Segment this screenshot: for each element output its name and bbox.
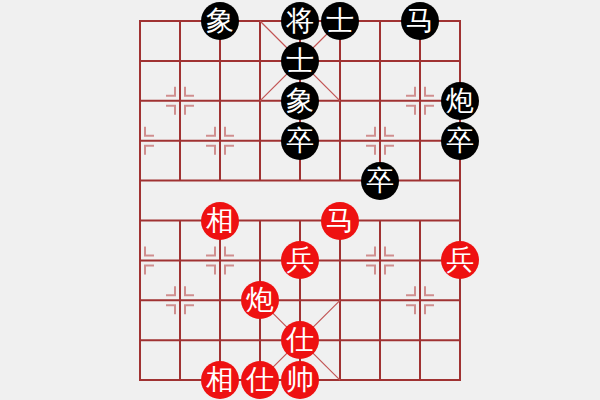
piece-black-soldier[interactable]: 卒 <box>281 122 319 160</box>
piece-black-soldier[interactable]: 卒 <box>361 162 399 200</box>
piece-red-soldier[interactable]: 兵 <box>281 241 319 279</box>
piece-black-advisor[interactable]: 士 <box>281 42 319 80</box>
piece-black-soldier[interactable]: 卒 <box>441 122 479 160</box>
piece-black-horse[interactable]: 马 <box>401 2 439 40</box>
piece-black-elephant[interactable]: 象 <box>281 82 319 120</box>
piece-red-horse[interactable]: 马 <box>321 202 359 240</box>
piece-red-general[interactable]: 帅 <box>281 361 319 399</box>
piece-black-general[interactable]: 将 <box>281 2 319 40</box>
piece-red-elephant[interactable]: 相 <box>201 361 239 399</box>
piece-black-advisor[interactable]: 士 <box>321 2 359 40</box>
piece-red-advisor[interactable]: 仕 <box>241 361 279 399</box>
piece-black-cannon[interactable]: 炮 <box>441 82 479 120</box>
piece-red-cannon[interactable]: 炮 <box>241 281 279 319</box>
piece-red-elephant[interactable]: 相 <box>201 202 239 240</box>
piece-black-elephant[interactable]: 象 <box>201 2 239 40</box>
xiangqi-app: 象将士马士象炮卒卒卒相马兵兵炮仕相仕帅 <box>0 0 600 400</box>
piece-red-advisor[interactable]: 仕 <box>281 321 319 359</box>
xiangqi-board[interactable]: 象将士马士象炮卒卒卒相马兵兵炮仕相仕帅 <box>0 0 600 400</box>
piece-red-soldier[interactable]: 兵 <box>441 241 479 279</box>
